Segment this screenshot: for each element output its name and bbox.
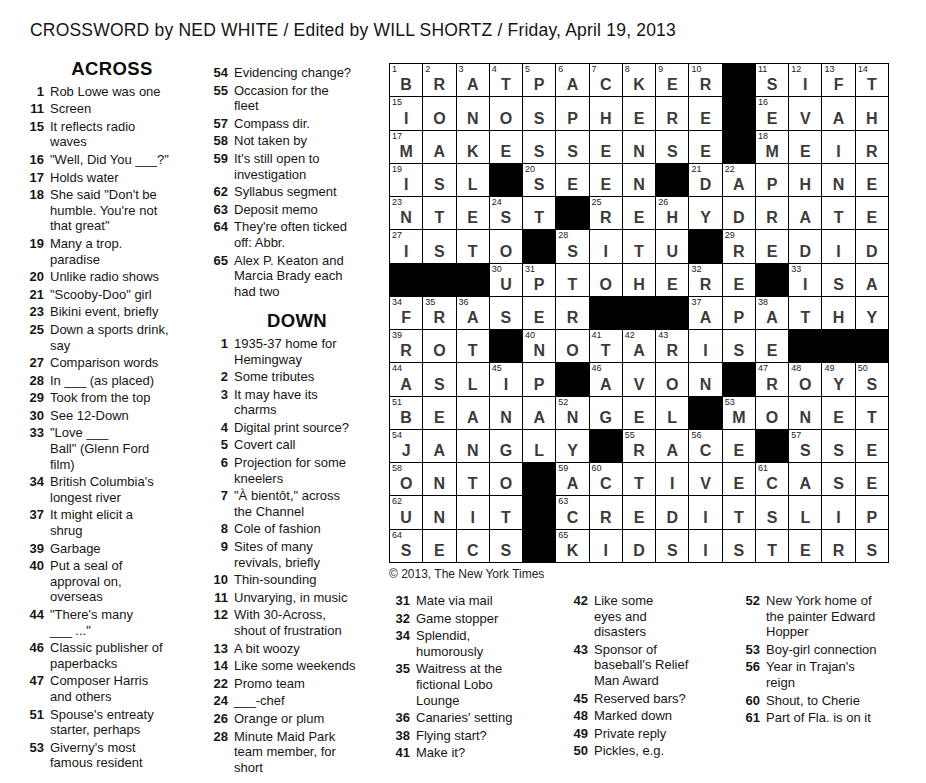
grid-cell[interactable]: 15I bbox=[390, 97, 422, 129]
clue-item: 26Orange or plum bbox=[208, 711, 386, 727]
grid-cell[interactable]: S bbox=[822, 463, 854, 495]
cell-letter: A bbox=[866, 277, 878, 296]
grid-cell[interactable]: 47R bbox=[756, 363, 788, 395]
grid-cell[interactable]: S bbox=[423, 363, 455, 395]
cell-letter: O bbox=[500, 111, 512, 130]
grid-cell[interactable]: E bbox=[623, 397, 655, 429]
cell-letter: E bbox=[634, 510, 645, 529]
grid-cell[interactable]: P bbox=[723, 297, 755, 329]
grid-cell[interactable]: P bbox=[523, 363, 555, 395]
grid-cell[interactable]: 59A bbox=[556, 463, 588, 495]
clue-item: 27Comparison words bbox=[24, 355, 200, 371]
grid-cell[interactable]: E bbox=[423, 397, 455, 429]
cell-letter: R bbox=[766, 377, 778, 396]
grid-cell[interactable]: E bbox=[590, 131, 622, 163]
grid-cell[interactable]: R bbox=[756, 197, 788, 229]
cell-letter: H bbox=[666, 210, 678, 229]
cell-letter: S bbox=[733, 543, 744, 562]
grid-cell[interactable]: 60C bbox=[590, 463, 622, 495]
cell-letter: E bbox=[467, 210, 478, 229]
grid-cell[interactable]: 49Y bbox=[822, 363, 854, 395]
grid-cell[interactable]: A bbox=[822, 97, 854, 129]
clue-number: 4 bbox=[208, 420, 228, 436]
clue-item: 15It reflects radio waves bbox=[24, 119, 200, 150]
grid-cell[interactable]: 23N bbox=[390, 197, 422, 229]
grid-cell[interactable]: T bbox=[623, 230, 655, 262]
grid-cell[interactable]: I bbox=[656, 463, 688, 495]
grid-cell[interactable]: C bbox=[457, 530, 489, 562]
cell-letter: R bbox=[434, 310, 446, 329]
grid-cell[interactable]: R bbox=[822, 530, 854, 562]
grid-cell[interactable]: S bbox=[822, 264, 854, 296]
grid-cell[interactable]: P bbox=[856, 496, 888, 528]
grid-cell[interactable]: E bbox=[689, 97, 721, 129]
grid-cell[interactable]: 43R bbox=[656, 330, 688, 362]
grid-cell[interactable]: Y bbox=[689, 197, 721, 229]
grid-cell[interactable]: 9E bbox=[656, 64, 688, 96]
grid-cell[interactable]: E bbox=[689, 131, 721, 163]
grid-cell[interactable]: 44A bbox=[390, 363, 422, 395]
grid-cell[interactable]: A bbox=[423, 430, 455, 462]
clue-text: Cole of fashion bbox=[234, 521, 321, 537]
grid-cell[interactable]: E bbox=[423, 530, 455, 562]
grid-cell[interactable]: 18M bbox=[756, 131, 788, 163]
cell-letter: A bbox=[666, 443, 678, 462]
grid-cell[interactable]: I bbox=[689, 530, 721, 562]
grid-cell[interactable]: N bbox=[623, 164, 655, 196]
grid-cell[interactable]: D bbox=[623, 530, 655, 562]
grid-cell[interactable]: 28S bbox=[556, 230, 588, 262]
clue-item: 6Projection for some kneelers bbox=[208, 455, 386, 486]
grid-cell[interactable]: I bbox=[822, 496, 854, 528]
grid-cell[interactable]: A bbox=[423, 131, 455, 163]
grid-cell[interactable]: S bbox=[856, 530, 888, 562]
grid-cell[interactable]: E bbox=[756, 230, 788, 262]
cell-letter: T bbox=[501, 510, 511, 529]
grid-cell[interactable]: O bbox=[656, 363, 688, 395]
grid-cell[interactable]: 65K bbox=[556, 530, 588, 562]
grid-cell[interactable]: T bbox=[523, 197, 555, 229]
grid-cell[interactable]: R bbox=[856, 131, 888, 163]
grid-cell[interactable]: 37A bbox=[689, 297, 721, 329]
grid-cell[interactable]: G bbox=[590, 397, 622, 429]
grid-cell[interactable]: E bbox=[723, 463, 755, 495]
clue-number: 40 bbox=[24, 558, 44, 605]
clue-text: Make it? bbox=[416, 745, 465, 761]
grid-cell[interactable]: S bbox=[656, 530, 688, 562]
clue-number: 25 bbox=[24, 322, 44, 353]
cell-letter: A bbox=[700, 310, 712, 329]
cell-letter: D bbox=[633, 543, 645, 562]
grid-cell[interactable]: 29R bbox=[723, 230, 755, 262]
clue-item: 24___-chef bbox=[208, 693, 386, 709]
grid-cell[interactable]: S bbox=[490, 530, 522, 562]
grid-cell[interactable]: E bbox=[856, 164, 888, 196]
grid-cell[interactable]: N bbox=[822, 164, 854, 196]
clue-text: Classic publisher of paperbacks bbox=[50, 640, 163, 671]
black-square bbox=[390, 264, 422, 296]
grid-cell[interactable]: A bbox=[457, 397, 489, 429]
grid-cell[interactable]: 13F bbox=[822, 64, 854, 96]
grid-cell[interactable]: 7C bbox=[590, 64, 622, 96]
clue-number: 11 bbox=[24, 101, 44, 117]
clue-item: 9Sites of many revivals, briefly bbox=[208, 539, 386, 570]
grid-cell[interactable]: S bbox=[423, 164, 455, 196]
clue-number: 62 bbox=[208, 184, 228, 200]
cell-letter: D bbox=[666, 510, 678, 529]
black-square bbox=[689, 397, 721, 429]
clue-item: 54Evidencing change? bbox=[208, 65, 386, 81]
grid-cell[interactable]: E bbox=[856, 463, 888, 495]
grid-cell[interactable]: O bbox=[556, 330, 588, 362]
cell-letter: S bbox=[800, 443, 811, 462]
grid-cell[interactable]: L bbox=[523, 430, 555, 462]
grid-cell[interactable]: E bbox=[789, 530, 821, 562]
clue-item: 28In ___ (as placed) bbox=[24, 373, 200, 389]
grid-cell[interactable]: I bbox=[689, 330, 721, 362]
middle-clues-column: 54Evidencing change?55Occasion for the f… bbox=[208, 65, 386, 777]
cell-letter: S bbox=[434, 177, 445, 196]
grid-cell[interactable]: T bbox=[856, 397, 888, 429]
grid-cell[interactable]: H bbox=[623, 264, 655, 296]
cell-letter: E bbox=[501, 144, 512, 163]
grid-cell[interactable]: E bbox=[656, 264, 688, 296]
cell-letter: N bbox=[400, 210, 412, 229]
clue-number: 46 bbox=[24, 640, 44, 671]
grid-cell[interactable]: V bbox=[623, 363, 655, 395]
grid-cell[interactable]: 25R bbox=[590, 197, 622, 229]
clue-item: 63Deposit memo bbox=[208, 202, 386, 218]
cell-letter: C bbox=[567, 510, 579, 529]
grid-cell[interactable]: 16E bbox=[756, 97, 788, 129]
grid-cell[interactable]: L bbox=[457, 363, 489, 395]
clue-item: 32Game stopper bbox=[390, 611, 566, 627]
grid-cell[interactable]: U bbox=[656, 230, 688, 262]
grid-cell[interactable]: 12I bbox=[789, 64, 821, 96]
grid-cell[interactable]: 63C bbox=[556, 496, 588, 528]
grid-cell[interactable]: T bbox=[822, 197, 854, 229]
grid-cell[interactable]: N bbox=[789, 397, 821, 429]
grid-cell[interactable]: I bbox=[590, 530, 622, 562]
black-square bbox=[623, 297, 655, 329]
grid-cell[interactable]: T bbox=[457, 463, 489, 495]
grid-cell[interactable]: 19I bbox=[390, 164, 422, 196]
clue-item: 38Flying start? bbox=[390, 728, 566, 744]
cell-letter: G bbox=[500, 443, 512, 462]
cell-letter: O bbox=[400, 476, 412, 495]
clue-item: 1Rob Lowe was one bbox=[24, 84, 200, 100]
grid-cell[interactable]: 31P bbox=[523, 264, 555, 296]
grid-cell[interactable]: 42A bbox=[623, 330, 655, 362]
grid-cell[interactable]: 57S bbox=[789, 430, 821, 462]
grid-cell[interactable]: Y bbox=[556, 430, 588, 462]
cell-letter: A bbox=[733, 177, 745, 196]
grid-cell[interactable]: K bbox=[457, 131, 489, 163]
grid-cell[interactable]: S bbox=[723, 330, 755, 362]
clue-number: 23 bbox=[24, 304, 44, 320]
grid-cell[interactable]: A bbox=[789, 197, 821, 229]
cell-letter: T bbox=[867, 410, 877, 429]
grid-cell[interactable]: H bbox=[856, 97, 888, 129]
grid-cell[interactable]: 58O bbox=[390, 463, 422, 495]
cell-number: 5 bbox=[525, 65, 530, 74]
grid-cell[interactable]: 52N bbox=[556, 397, 588, 429]
black-square bbox=[590, 430, 622, 462]
cell-letter: S bbox=[833, 443, 844, 462]
cell-number: 6 bbox=[558, 65, 563, 74]
grid-cell[interactable]: D bbox=[656, 496, 688, 528]
cell-letter: I bbox=[703, 343, 707, 362]
grid-cell[interactable]: E bbox=[556, 164, 588, 196]
grid-cell[interactable]: H bbox=[590, 97, 622, 129]
clue-text: "À bientôt," across the Channel bbox=[234, 488, 340, 519]
grid-cell[interactable]: 30U bbox=[490, 264, 522, 296]
grid-cell[interactable]: S bbox=[523, 97, 555, 129]
grid-cell[interactable]: E bbox=[523, 297, 555, 329]
grid-cell[interactable]: 8K bbox=[623, 64, 655, 96]
grid-cell[interactable]: 10R bbox=[689, 64, 721, 96]
grid-cell[interactable]: Y bbox=[856, 297, 888, 329]
grid-cell[interactable]: S bbox=[723, 530, 755, 562]
grid-cell[interactable]: 11S bbox=[756, 64, 788, 96]
grid-cell[interactable]: S bbox=[756, 496, 788, 528]
grid-cell[interactable]: A bbox=[856, 264, 888, 296]
grid-cell[interactable]: E bbox=[789, 131, 821, 163]
grid-cell[interactable]: H bbox=[822, 297, 854, 329]
grid-cell[interactable]: S bbox=[656, 131, 688, 163]
clue-number: 7 bbox=[208, 488, 228, 519]
grid-cell[interactable]: A bbox=[523, 397, 555, 429]
cell-letter: Y bbox=[567, 443, 578, 462]
grid-cell[interactable]: E bbox=[590, 164, 622, 196]
clue-number: 39 bbox=[24, 541, 44, 557]
cell-letter: F bbox=[401, 310, 411, 329]
grid-cell[interactable]: I bbox=[689, 496, 721, 528]
grid-cell[interactable]: O bbox=[423, 330, 455, 362]
clue-item: 64They're often ticked off: Abbr. bbox=[208, 219, 386, 250]
grid-cell[interactable]: 54J bbox=[390, 430, 422, 462]
grid-cell[interactable]: D bbox=[723, 197, 755, 229]
grid-cell[interactable]: T bbox=[457, 330, 489, 362]
grid-cell[interactable]: T bbox=[723, 496, 755, 528]
cell-letter: R bbox=[400, 343, 412, 362]
cell-letter: B bbox=[400, 77, 412, 96]
grid-cell[interactable]: 40N bbox=[523, 330, 555, 362]
grid-cell[interactable]: D bbox=[856, 230, 888, 262]
grid-cell[interactable]: T bbox=[457, 230, 489, 262]
grid-cell[interactable]: 6A bbox=[556, 64, 588, 96]
clue-number: 44 bbox=[24, 607, 44, 638]
grid-cell[interactable]: 48O bbox=[789, 363, 821, 395]
grid-cell[interactable]: N bbox=[423, 496, 455, 528]
grid-cell[interactable]: 35R bbox=[423, 297, 455, 329]
grid-cell[interactable]: 4T bbox=[490, 64, 522, 96]
grid-cell[interactable]: N bbox=[623, 131, 655, 163]
grid-cell[interactable]: O bbox=[490, 463, 522, 495]
cell-letter: N bbox=[633, 177, 645, 196]
grid-cell[interactable]: O bbox=[423, 97, 455, 129]
grid-cell[interactable]: 17M bbox=[390, 131, 422, 163]
grid-cell[interactable]: P bbox=[756, 164, 788, 196]
grid-cell[interactable]: N bbox=[457, 430, 489, 462]
clue-item: 42Like some eyes and disasters bbox=[568, 593, 736, 640]
grid-cell[interactable]: O bbox=[590, 264, 622, 296]
grid-cell[interactable]: N bbox=[490, 397, 522, 429]
clue-item: 44"There's many ___ ..." bbox=[24, 607, 200, 638]
grid-cell[interactable]: 36A bbox=[457, 297, 489, 329]
cell-letter: A bbox=[766, 310, 778, 329]
grid-cell[interactable]: E bbox=[723, 430, 755, 462]
grid-cell[interactable]: I bbox=[822, 230, 854, 262]
grid-cell[interactable]: 26H bbox=[656, 197, 688, 229]
grid-cell[interactable]: 55R bbox=[623, 430, 655, 462]
grid-cell[interactable]: E bbox=[856, 197, 888, 229]
grid-cell[interactable]: T bbox=[789, 297, 821, 329]
grid-cell[interactable]: T bbox=[423, 197, 455, 229]
grid-cell[interactable]: E bbox=[756, 330, 788, 362]
grid-cell[interactable]: N bbox=[423, 463, 455, 495]
cell-letter: N bbox=[633, 144, 645, 163]
cell-letter: C bbox=[467, 543, 479, 562]
grid-cell[interactable]: 51B bbox=[390, 397, 422, 429]
grid-cell[interactable]: 22A bbox=[723, 164, 755, 196]
grid-cell[interactable]: T bbox=[756, 530, 788, 562]
across-header: ACROSS bbox=[24, 61, 200, 77]
grid-cell[interactable]: E bbox=[457, 197, 489, 229]
cell-letter: V bbox=[800, 111, 811, 130]
clue-text: "Scooby-Doo" girl bbox=[50, 287, 152, 303]
cell-letter: S bbox=[434, 377, 445, 396]
grid-cell[interactable]: P bbox=[556, 97, 588, 129]
clue-number: 10 bbox=[208, 572, 228, 588]
grid-cell[interactable]: 46A bbox=[590, 363, 622, 395]
grid-cell[interactable]: V bbox=[689, 463, 721, 495]
grid-cell[interactable]: T bbox=[623, 463, 655, 495]
grid-cell[interactable]: N bbox=[457, 97, 489, 129]
cell-number: 13 bbox=[824, 65, 834, 74]
grid-cell[interactable]: 64S bbox=[390, 530, 422, 562]
grid-cell[interactable]: S bbox=[423, 230, 455, 262]
grid-cell[interactable]: 45I bbox=[490, 363, 522, 395]
grid-cell[interactable]: D bbox=[789, 230, 821, 262]
clue-number: 15 bbox=[24, 119, 44, 150]
grid-cell[interactable]: 39R bbox=[390, 330, 422, 362]
grid-cell[interactable]: E bbox=[856, 430, 888, 462]
grid-cell[interactable]: A bbox=[789, 463, 821, 495]
grid-cell[interactable]: E bbox=[623, 97, 655, 129]
grid-cell[interactable]: R bbox=[656, 97, 688, 129]
grid-cell[interactable]: I bbox=[590, 230, 622, 262]
cell-letter: N bbox=[700, 377, 712, 396]
cell-letter: S bbox=[767, 77, 778, 96]
grid-cell[interactable]: T bbox=[490, 496, 522, 528]
grid-cell[interactable]: O bbox=[490, 230, 522, 262]
grid-cell[interactable]: E bbox=[822, 397, 854, 429]
cell-letter: T bbox=[468, 244, 478, 263]
across-clues-column: ACROSS 1Rob Lowe was one11Screen15It ref… bbox=[24, 61, 200, 773]
clue-text: It's still open to investigation bbox=[234, 151, 320, 182]
grid-cell[interactable]: I bbox=[822, 131, 854, 163]
cell-letter: E bbox=[667, 277, 678, 296]
grid-cell[interactable]: 21D bbox=[689, 164, 721, 196]
grid-cell[interactable]: 38A bbox=[756, 297, 788, 329]
cell-letter: A bbox=[800, 210, 812, 229]
grid-cell[interactable]: 53M bbox=[723, 397, 755, 429]
cell-letter: N bbox=[567, 410, 579, 429]
clue-number: 29 bbox=[24, 390, 44, 406]
grid-cell[interactable]: 2R bbox=[423, 64, 455, 96]
cell-letter: E bbox=[867, 476, 878, 495]
grid-cell[interactable]: 32R bbox=[689, 264, 721, 296]
cell-letter: E bbox=[600, 177, 611, 196]
clue-item: 49Private reply bbox=[568, 726, 736, 742]
grid-cell[interactable]: 41T bbox=[590, 330, 622, 362]
cell-letter: O bbox=[600, 277, 612, 296]
grid-cell[interactable]: T bbox=[556, 264, 588, 296]
grid-cell[interactable]: O bbox=[490, 97, 522, 129]
cell-letter: S bbox=[833, 476, 844, 495]
clue-number: 59 bbox=[208, 151, 228, 182]
grid-cell[interactable]: E bbox=[623, 496, 655, 528]
grid-cell[interactable]: G bbox=[490, 430, 522, 462]
cell-letter: O bbox=[766, 410, 778, 429]
grid-cell[interactable]: I bbox=[457, 496, 489, 528]
grid-cell[interactable]: R bbox=[590, 496, 622, 528]
grid-cell[interactable]: 24S bbox=[490, 197, 522, 229]
cell-number: 17 bbox=[392, 132, 402, 141]
grid-cell[interactable]: L bbox=[656, 397, 688, 429]
grid-cell[interactable]: H bbox=[789, 164, 821, 196]
grid-cell[interactable]: E bbox=[723, 264, 755, 296]
grid-cell[interactable]: 1B bbox=[390, 64, 422, 96]
cell-number: 44 bbox=[392, 364, 402, 373]
grid-cell[interactable]: 61C bbox=[756, 463, 788, 495]
grid-cell[interactable]: 34F bbox=[390, 297, 422, 329]
grid-cell[interactable]: 5P bbox=[523, 64, 555, 96]
grid-cell[interactable]: 50S bbox=[856, 363, 888, 395]
grid-cell[interactable]: E bbox=[490, 131, 522, 163]
cell-number: 29 bbox=[725, 231, 735, 240]
grid-cell[interactable]: L bbox=[457, 164, 489, 196]
cell-letter: P bbox=[567, 111, 578, 130]
grid-cell[interactable]: O bbox=[756, 397, 788, 429]
grid-cell[interactable]: 3A bbox=[457, 64, 489, 96]
cell-letter: S bbox=[867, 377, 878, 396]
grid-cell[interactable]: 33I bbox=[789, 264, 821, 296]
grid-cell[interactable]: E bbox=[623, 197, 655, 229]
grid-cell[interactable]: S bbox=[822, 430, 854, 462]
grid-cell[interactable]: 14T bbox=[856, 64, 888, 96]
grid-cell[interactable]: 62U bbox=[390, 496, 422, 528]
grid-cell[interactable]: V bbox=[789, 97, 821, 129]
grid-cell[interactable]: S bbox=[556, 131, 588, 163]
black-square bbox=[822, 330, 854, 362]
cell-letter: N bbox=[800, 410, 812, 429]
cell-letter: E bbox=[767, 244, 778, 263]
grid-cell[interactable]: S bbox=[490, 297, 522, 329]
clue-item: 18She said "Don't be humble. You're not … bbox=[24, 187, 200, 234]
grid-cell[interactable]: 27I bbox=[390, 230, 422, 262]
grid-cell[interactable]: L bbox=[789, 496, 821, 528]
grid-cell[interactable]: 20S bbox=[523, 164, 555, 196]
grid-cell[interactable]: S bbox=[523, 131, 555, 163]
grid-cell[interactable]: A bbox=[656, 430, 688, 462]
grid-cell[interactable]: N bbox=[689, 363, 721, 395]
grid-cell[interactable]: R bbox=[556, 297, 588, 329]
clue-text: It might elicit a shrug bbox=[50, 507, 133, 538]
grid-cell[interactable]: 56C bbox=[689, 430, 721, 462]
clue-number: 53 bbox=[24, 740, 44, 771]
